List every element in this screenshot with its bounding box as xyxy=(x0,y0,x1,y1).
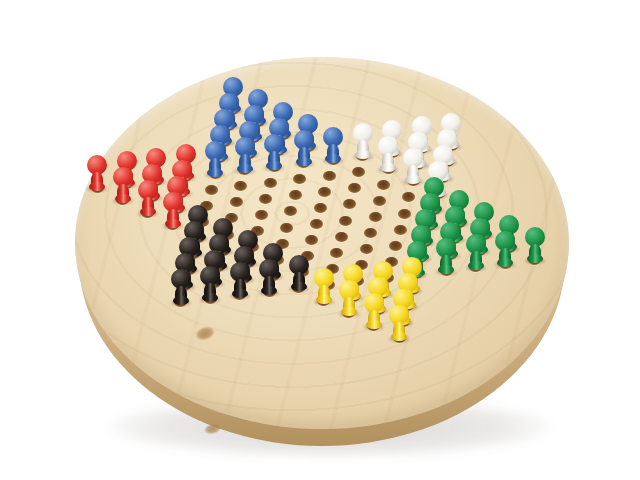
chinese-checkers-scene xyxy=(0,0,640,480)
peg-white[interactable] xyxy=(402,148,424,184)
peg-red[interactable] xyxy=(162,192,184,228)
peg-red[interactable] xyxy=(137,180,159,216)
hole-r5-c3[interactable] xyxy=(205,185,218,195)
peg-base xyxy=(291,282,307,291)
peg-base xyxy=(202,293,218,302)
peg-red[interactable] xyxy=(86,155,108,191)
peg-base xyxy=(380,163,396,172)
peg-base xyxy=(207,168,223,177)
hole-r9-c4[interactable] xyxy=(305,235,318,245)
peg-black[interactable] xyxy=(288,255,310,291)
hole-r10-c6[interactable] xyxy=(360,244,373,254)
peg-base xyxy=(232,289,248,298)
peg-blue[interactable] xyxy=(293,130,315,166)
hole-r9-c5[interactable] xyxy=(335,232,348,242)
hole-r8-c3[interactable] xyxy=(280,223,293,233)
peg-base xyxy=(527,254,543,263)
peg-blue[interactable] xyxy=(234,137,256,173)
hole-r9-c6[interactable] xyxy=(364,228,377,238)
hole-r6-c6[interactable] xyxy=(318,187,331,197)
peg-black[interactable] xyxy=(170,269,192,305)
peg-base xyxy=(89,182,105,191)
hole-r6-c8[interactable] xyxy=(377,180,390,190)
peg-green[interactable] xyxy=(465,234,487,270)
peg-base xyxy=(165,219,181,228)
peg-base xyxy=(497,258,513,267)
hole-r6-c3[interactable] xyxy=(230,197,243,207)
peg-white[interactable] xyxy=(352,123,374,159)
peg-blue[interactable] xyxy=(204,141,226,177)
peg-yellow[interactable] xyxy=(338,280,360,316)
hole-r10-c7[interactable] xyxy=(389,241,402,251)
hole-r7-c3[interactable] xyxy=(255,210,268,220)
hole-r5-c5[interactable] xyxy=(264,178,277,188)
hole-r7-c4[interactable] xyxy=(284,206,297,216)
peg-base xyxy=(296,157,312,166)
hole-r5-c7[interactable] xyxy=(323,171,336,181)
peg-green[interactable] xyxy=(524,227,546,263)
peg-base xyxy=(468,261,484,270)
peg-black[interactable] xyxy=(229,262,251,298)
peg-yellow[interactable] xyxy=(388,305,410,341)
hole-r7-c8[interactable] xyxy=(402,192,415,202)
peg-base xyxy=(316,295,332,304)
hole-r5-c8[interactable] xyxy=(352,167,365,177)
hole-r9-c7[interactable] xyxy=(394,225,407,235)
hole-r8-c6[interactable] xyxy=(369,212,382,222)
hole-r5-c4[interactable] xyxy=(234,181,247,191)
peg-base xyxy=(140,207,156,216)
hole-r10-c5[interactable] xyxy=(330,248,343,258)
peg-green[interactable] xyxy=(435,238,457,274)
hole-r7-c6[interactable] xyxy=(343,199,356,209)
hole-r7-c7[interactable] xyxy=(373,196,386,206)
peg-base xyxy=(261,286,277,295)
hole-r8-c4[interactable] xyxy=(310,219,323,229)
peg-base xyxy=(438,265,454,274)
hole-r7-c5[interactable] xyxy=(314,203,327,213)
peg-black[interactable] xyxy=(258,259,280,295)
hole-r6-c7[interactable] xyxy=(348,183,361,193)
hole-r5-c6[interactable] xyxy=(293,174,306,184)
peg-green[interactable] xyxy=(494,231,516,267)
hole-r6-c4[interactable] xyxy=(259,194,272,204)
peg-base xyxy=(341,307,357,316)
hole-r6-c5[interactable] xyxy=(289,190,302,200)
peg-red[interactable] xyxy=(112,167,134,203)
peg-white[interactable] xyxy=(377,136,399,172)
peg-blue[interactable] xyxy=(263,134,285,170)
peg-base xyxy=(391,332,407,341)
hole-r8-c7[interactable] xyxy=(398,209,411,219)
peg-base xyxy=(355,150,371,159)
peg-blue[interactable] xyxy=(322,127,344,163)
peg-yellow[interactable] xyxy=(313,268,335,304)
peg-yellow[interactable] xyxy=(363,293,385,329)
peg-black[interactable] xyxy=(199,266,221,302)
peg-base xyxy=(237,164,253,173)
peg-base xyxy=(173,296,189,305)
peg-base xyxy=(366,320,382,329)
peg-base xyxy=(266,161,282,170)
peg-base xyxy=(325,154,341,163)
peg-hole-layer xyxy=(0,0,640,480)
hole-r8-c5[interactable] xyxy=(339,216,352,226)
peg-base xyxy=(115,194,131,203)
peg-base xyxy=(405,175,421,184)
